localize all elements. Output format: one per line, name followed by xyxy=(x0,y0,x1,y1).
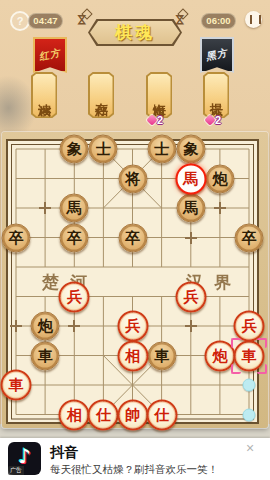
douyin-logo: ♪ 广告 xyxy=(8,442,41,475)
pause-button[interactable] xyxy=(245,11,262,28)
piece-red-相[interactable]: 相 xyxy=(117,340,148,371)
piece-black-馬[interactable]: 馬 xyxy=(176,194,205,223)
gem-icon xyxy=(204,114,215,125)
ad-close-icon[interactable]: × xyxy=(246,440,254,456)
game-title: 棋魂 xyxy=(115,21,155,44)
hint-count-badge: 2 xyxy=(206,114,221,126)
piece-black-卒[interactable]: 卒 xyxy=(2,223,31,252)
gem-icon xyxy=(146,114,157,125)
piece-red-兵[interactable]: 兵 xyxy=(175,281,206,312)
piece-black-士[interactable]: 士 xyxy=(147,135,176,164)
piece-black-象[interactable]: 象 xyxy=(60,135,89,164)
move-hint-dot[interactable] xyxy=(243,408,256,421)
undo-count-badge: 2 xyxy=(148,114,163,126)
title-plaque: 棋魂 xyxy=(88,19,182,46)
piece-black-車[interactable]: 車 xyxy=(31,341,60,370)
position-marker xyxy=(185,232,197,244)
piece-black-炮[interactable]: 炮 xyxy=(205,164,234,193)
piece-black-卒[interactable]: 卒 xyxy=(235,223,264,252)
hint-button[interactable]: 提示 xyxy=(203,72,229,118)
piece-black-象[interactable]: 象 xyxy=(176,135,205,164)
app-screen: ? 04:47 ⋈ 棋魂 ⋈ 06:00 红方 黑方 读档 存档 悔棋 提示 2… xyxy=(0,0,270,480)
piece-black-士[interactable]: 士 xyxy=(89,135,118,164)
ad-subtitle: 每天很忙又枯燥？刷抖音欢乐一笑！ xyxy=(50,463,218,477)
piece-red-帥[interactable]: 帥 xyxy=(117,399,148,430)
piece-black-炮[interactable]: 炮 xyxy=(31,312,60,341)
save-button[interactable]: 存档 xyxy=(88,72,114,118)
piece-red-兵[interactable]: 兵 xyxy=(234,311,265,342)
move-hint-dot[interactable] xyxy=(243,379,256,392)
undo-move-button[interactable]: 悔棋 xyxy=(146,72,172,118)
piece-red-相[interactable]: 相 xyxy=(59,399,90,430)
position-marker xyxy=(214,202,226,214)
piece-red-車[interactable]: 車 xyxy=(1,370,32,401)
xiangqi-board[interactable]: 楚河 汉界 象士士象将炮馬馬卒卒卒卒炮車車馬兵兵兵兵相炮車車相仕帥仕 xyxy=(2,132,268,428)
piece-black-馬[interactable]: 馬 xyxy=(60,194,89,223)
load-save-button[interactable]: 读档 xyxy=(31,72,57,118)
black-timer: 06:00 xyxy=(201,13,236,29)
piece-red-車[interactable]: 車 xyxy=(234,340,265,371)
ad-title: 抖音 xyxy=(50,444,78,462)
piece-red-兵[interactable]: 兵 xyxy=(59,281,90,312)
red-side-banner: 红方 xyxy=(33,37,67,73)
piece-black-将[interactable]: 将 xyxy=(118,164,147,193)
position-marker xyxy=(10,320,22,332)
pause-icon xyxy=(250,15,261,24)
position-marker xyxy=(185,320,197,332)
red-timer: 04:47 xyxy=(28,13,63,29)
piece-red-炮[interactable]: 炮 xyxy=(204,340,235,371)
piece-black-卒[interactable]: 卒 xyxy=(118,223,147,252)
background-smudge xyxy=(0,76,36,140)
board-layer: 象士士象将炮馬馬卒卒卒卒炮車車馬兵兵兵兵相炮車車相仕帥仕 xyxy=(2,132,268,428)
black-side-banner: 黑方 xyxy=(200,37,234,73)
hourglass-icon: ⋈ xyxy=(172,13,188,27)
position-marker xyxy=(68,320,80,332)
piece-red-馬[interactable]: 馬 xyxy=(175,163,206,194)
piece-red-仕[interactable]: 仕 xyxy=(146,399,177,430)
piece-black-車[interactable]: 車 xyxy=(147,341,176,370)
ad-tag-label: 广告 xyxy=(8,466,24,475)
help-icon[interactable]: ? xyxy=(10,11,30,31)
piece-red-兵[interactable]: 兵 xyxy=(117,311,148,342)
music-note-icon: ♪ xyxy=(8,444,41,468)
piece-black-卒[interactable]: 卒 xyxy=(60,223,89,252)
position-marker xyxy=(39,202,51,214)
piece-red-仕[interactable]: 仕 xyxy=(88,399,119,430)
